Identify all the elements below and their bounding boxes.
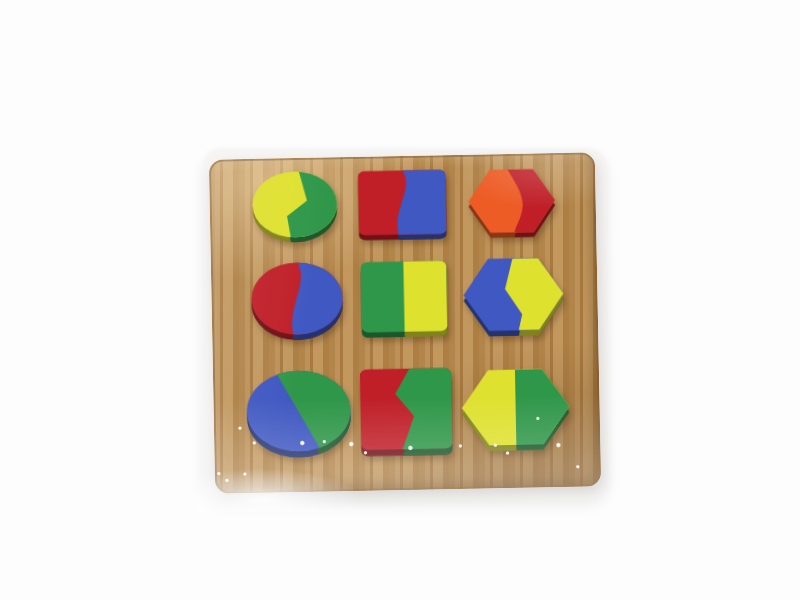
- piece-hexagon-orange-red[interactable]: [466, 167, 557, 242]
- piece-square-red-green[interactable]: [357, 366, 456, 461]
- piece-square-red-blue[interactable]: [356, 169, 450, 245]
- piece-circle-yellow-green[interactable]: [251, 170, 340, 248]
- cell-r2c1[interactable]: [227, 250, 368, 356]
- piece-hexagon-blue-yellow[interactable]: [460, 256, 566, 341]
- piece-square-green-yellow[interactable]: [358, 259, 451, 342]
- piece-circle-red-blue[interactable]: [249, 260, 346, 345]
- piece-hexagon-yellow-green[interactable]: [458, 367, 572, 456]
- photo-background: [0, 0, 800, 600]
- cell-r3c3[interactable]: [444, 343, 585, 479]
- piece-circle-blue-green[interactable]: [244, 368, 354, 463]
- cell-r2c3[interactable]: [443, 245, 584, 351]
- cell-r3c1[interactable]: [228, 347, 369, 483]
- board-grid: [209, 152, 601, 493]
- piece-right-half: [514, 367, 572, 452]
- cell-r1c1[interactable]: [225, 159, 366, 259]
- cell-r1c3[interactable]: [441, 155, 582, 255]
- puzzle-board: [209, 152, 601, 493]
